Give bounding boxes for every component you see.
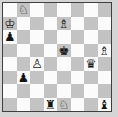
square-d7[interactable] [44, 17, 58, 31]
square-g4[interactable]: ♛ [84, 57, 98, 71]
square-g7[interactable] [84, 17, 98, 31]
square-h1[interactable]: ♝ [98, 98, 112, 112]
chess-board-frame: ♘♔♗♟♚♗♙♛♟♜♘♝ [2, 2, 112, 112]
square-f3[interactable] [71, 71, 85, 85]
square-b2[interactable] [17, 84, 31, 98]
square-g2[interactable] [84, 84, 98, 98]
square-c8[interactable] [30, 3, 44, 17]
white-king-a7[interactable]: ♔ [4, 16, 15, 30]
square-d1[interactable]: ♜ [44, 98, 58, 112]
square-e1[interactable]: ♘ [57, 98, 71, 112]
square-d4[interactable] [44, 57, 58, 71]
square-f1[interactable] [71, 98, 85, 112]
square-e7[interactable]: ♗ [57, 17, 71, 31]
square-a2[interactable] [3, 84, 17, 98]
square-b1[interactable] [17, 98, 31, 112]
square-g3[interactable] [84, 71, 98, 85]
white-knight-e1[interactable]: ♘ [58, 97, 69, 111]
square-h3[interactable] [98, 71, 112, 85]
square-c3[interactable] [30, 71, 44, 85]
black-pawn-a6[interactable]: ♟ [4, 30, 15, 44]
square-f7[interactable] [71, 17, 85, 31]
square-a6[interactable]: ♟ [3, 30, 17, 44]
square-c2[interactable] [30, 84, 44, 98]
square-f6[interactable] [71, 30, 85, 44]
square-f4[interactable] [71, 57, 85, 71]
square-h8[interactable] [98, 3, 112, 17]
square-c4[interactable]: ♙ [30, 57, 44, 71]
square-h5[interactable]: ♗ [98, 44, 112, 58]
square-a3[interactable] [3, 71, 17, 85]
square-g1[interactable] [84, 98, 98, 112]
square-c7[interactable] [30, 17, 44, 31]
black-rook-d1[interactable]: ♜ [45, 97, 56, 111]
square-f8[interactable] [71, 3, 85, 17]
black-bishop-h1[interactable]: ♝ [99, 97, 110, 111]
square-c1[interactable] [30, 98, 44, 112]
white-bishop-h5[interactable]: ♗ [99, 43, 110, 57]
square-d3[interactable] [44, 71, 58, 85]
square-d6[interactable] [44, 30, 58, 44]
white-bishop-e7[interactable]: ♗ [58, 16, 69, 30]
square-h7[interactable] [98, 17, 112, 31]
white-pawn-c4[interactable]: ♙ [31, 57, 42, 71]
square-f2[interactable] [71, 84, 85, 98]
square-h4[interactable] [98, 57, 112, 71]
square-e3[interactable] [57, 71, 71, 85]
square-g6[interactable] [84, 30, 98, 44]
square-a5[interactable] [3, 44, 17, 58]
square-d8[interactable] [44, 3, 58, 17]
black-king-e5[interactable]: ♚ [58, 43, 69, 57]
square-e5[interactable]: ♚ [57, 44, 71, 58]
square-a4[interactable] [3, 57, 17, 71]
square-b8[interactable]: ♘ [17, 3, 31, 17]
square-b6[interactable] [17, 30, 31, 44]
square-b7[interactable] [17, 17, 31, 31]
square-g8[interactable] [84, 3, 98, 17]
square-b3[interactable]: ♟ [17, 71, 31, 85]
square-a1[interactable] [3, 98, 17, 112]
white-knight-b8[interactable]: ♘ [18, 3, 29, 17]
chess-board: ♘♔♗♟♚♗♙♛♟♜♘♝ [3, 3, 111, 111]
black-queen-g4[interactable]: ♛ [85, 57, 96, 71]
square-f5[interactable] [71, 44, 85, 58]
black-pawn-b3[interactable]: ♟ [18, 70, 29, 84]
square-d5[interactable] [44, 44, 58, 58]
square-c6[interactable] [30, 30, 44, 44]
square-b5[interactable] [17, 44, 31, 58]
square-e4[interactable] [57, 57, 71, 71]
